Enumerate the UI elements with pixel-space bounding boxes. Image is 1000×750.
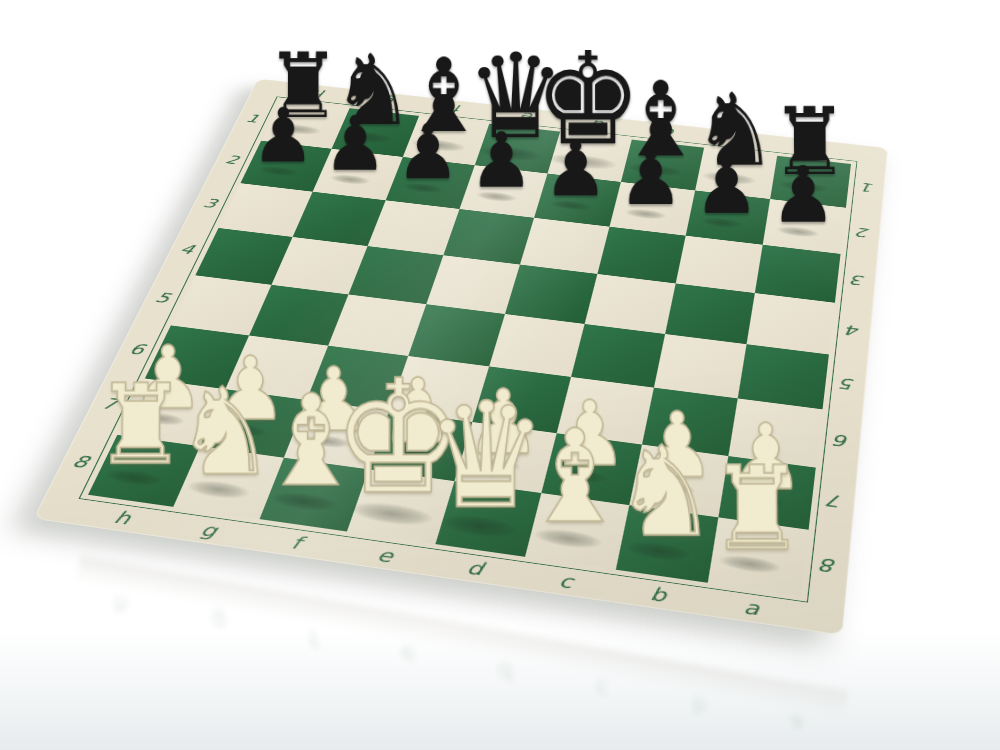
file-label-top-c: c [656,125,685,140]
file-label-top-f: f [443,102,473,117]
chess-board: 1122334455667788hhggffeeddccbbaa ♜♞♝♛♚♝♞… [36,80,885,633]
file-label-top-d: d [584,117,613,132]
piece-black-pawn-a2[interactable]: ♟ [728,156,879,234]
file-label-top-h: h [305,87,335,102]
piece-white-rook-a8[interactable]: ♜ [667,451,848,567]
scene: 1122334455667788hhggffeeddccbbaa ♜♞♝♛♚♝♞… [0,0,1000,750]
pieces-layer: ♜♞♝♛♚♝♞♜♟♟♟♟♟♟♟♟♟♟♟♟♟♟♟♟♜♞♝♚♛♝♞♜ [36,80,885,633]
file-label-top-g: g [374,94,404,109]
file-label-top-e: e [513,109,542,124]
photo-stage: hgfedcba 1122334455667788hhggffeeddccbba… [0,0,1000,750]
